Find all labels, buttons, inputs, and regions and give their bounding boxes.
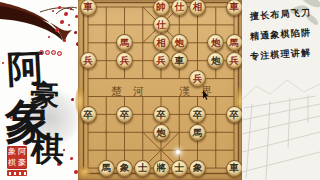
piece-red-車[interactable]: 車: [80, 0, 97, 16]
piece-red-馬[interactable]: 馬: [226, 34, 243, 51]
seal-char: 棋: [8, 159, 16, 167]
piece-black-馬[interactable]: 馬: [189, 124, 206, 141]
piece-black-卒[interactable]: 卒: [153, 106, 170, 123]
piece-red-仕[interactable]: 仕: [153, 16, 170, 33]
brand-char-4: 棋: [31, 132, 65, 166]
piece-red-帥[interactable]: 帥: [153, 0, 170, 16]
piece-red-兵[interactable]: 兵: [226, 52, 243, 69]
piece-black-馬[interactable]: 馬: [98, 160, 115, 177]
move-indicator-dot: [176, 150, 180, 154]
piece-red-兵[interactable]: 兵: [189, 70, 206, 87]
piece-black-卒[interactable]: 卒: [116, 106, 133, 123]
brand-seal: 象 阿 棋 豪: [7, 146, 27, 169]
piece-red-炮[interactable]: 炮: [171, 34, 188, 51]
piece-red-兵[interactable]: 兵: [80, 52, 97, 69]
sketch-board-graphic: [242, 70, 320, 180]
seal-char: 阿: [18, 148, 26, 156]
gold-corner-ornament: [78, 166, 91, 178]
piece-red-兵[interactable]: 兵: [153, 52, 170, 69]
piece-black-將[interactable]: 將: [153, 160, 170, 177]
piece-black-卒[interactable]: 卒: [189, 106, 206, 123]
thumbnail-stage: 阿 豪 象 棋 象 阿 棋 豪: [0, 0, 320, 180]
right-promo-panel: 擅长布局飞刀 精通象棋陷阱 专注棋理讲解: [242, 0, 320, 180]
piece-black-炮[interactable]: 炮: [153, 124, 170, 141]
piece-black-卒[interactable]: 卒: [80, 106, 97, 123]
seal-char: 豪: [18, 159, 26, 167]
piece-black-車[interactable]: 車: [226, 160, 243, 177]
seal-char: 象: [8, 148, 16, 156]
brand-seal-strip: [7, 170, 27, 176]
river-label-left: 楚河: [111, 85, 155, 98]
piece-black-卒[interactable]: 卒: [226, 106, 243, 123]
left-brand-panel: 阿 豪 象 棋 象 阿 棋 豪: [0, 0, 78, 180]
piece-black-象[interactable]: 象: [116, 160, 133, 177]
piece-black-車[interactable]: 車: [171, 52, 188, 69]
piece-black-象[interactable]: 象: [189, 160, 206, 177]
promo-line-2: 精通象棋陷阱: [250, 26, 320, 44]
piece-red-相[interactable]: 相: [189, 0, 206, 16]
xiangqi-board[interactable]: 楚河 漢界 車帥仕相車仕馬相炮炮馬兵兵兵車炮兵兵卒卒卒卒卒炮馬馬象士將士象車: [78, 0, 242, 180]
piece-red-相[interactable]: 相: [153, 34, 170, 51]
promo-line-3: 专注棋理讲解: [250, 46, 320, 64]
piece-black-士[interactable]: 士: [171, 160, 188, 177]
river-label-right: 漢界: [179, 85, 223, 98]
piece-red-仕[interactable]: 仕: [171, 0, 188, 16]
piece-black-士[interactable]: 士: [134, 160, 151, 177]
piece-red-車[interactable]: 車: [226, 0, 243, 16]
